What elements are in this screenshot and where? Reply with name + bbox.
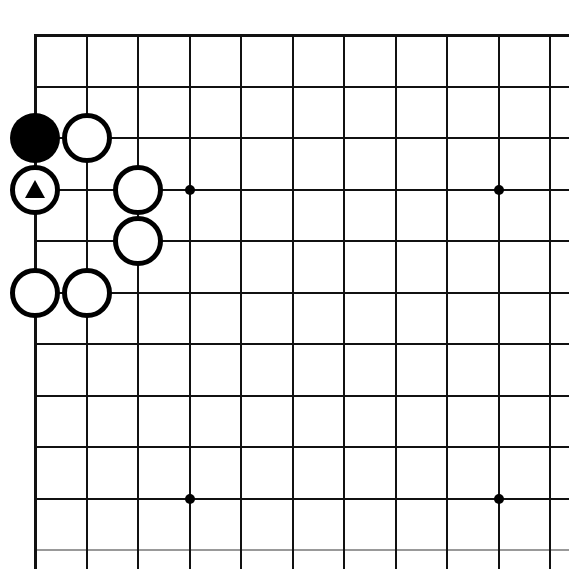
intersection xyxy=(318,267,370,319)
intersection xyxy=(421,421,473,473)
intersection xyxy=(318,215,370,267)
intersection xyxy=(61,473,113,525)
white-stone-triangle-marked xyxy=(10,165,60,215)
intersection xyxy=(370,370,422,422)
intersection xyxy=(267,9,319,61)
intersection xyxy=(370,524,422,569)
intersection xyxy=(421,164,473,216)
intersection xyxy=(473,9,525,61)
intersection xyxy=(370,61,422,113)
intersection xyxy=(215,421,267,473)
intersection xyxy=(524,473,569,525)
intersection xyxy=(267,215,319,267)
intersection xyxy=(421,267,473,319)
intersection xyxy=(61,112,113,164)
intersection xyxy=(61,524,113,569)
intersection xyxy=(421,318,473,370)
intersection xyxy=(370,421,422,473)
white-stone xyxy=(113,165,163,215)
intersection xyxy=(215,267,267,319)
intersection xyxy=(215,215,267,267)
intersection xyxy=(215,112,267,164)
intersection xyxy=(9,421,61,473)
intersection xyxy=(524,318,569,370)
intersection xyxy=(112,473,164,525)
intersection xyxy=(524,370,569,422)
intersection xyxy=(164,473,216,525)
intersection xyxy=(421,61,473,113)
intersection xyxy=(370,473,422,525)
intersection xyxy=(112,267,164,319)
intersection xyxy=(318,473,370,525)
intersection xyxy=(267,61,319,113)
intersection xyxy=(112,524,164,569)
intersection xyxy=(164,318,216,370)
intersection xyxy=(524,9,569,61)
intersection xyxy=(112,370,164,422)
intersection xyxy=(370,9,422,61)
intersection xyxy=(267,473,319,525)
intersection xyxy=(267,112,319,164)
intersection xyxy=(473,215,525,267)
intersection xyxy=(267,267,319,319)
intersection xyxy=(473,318,525,370)
intersection xyxy=(61,215,113,267)
intersection xyxy=(370,267,422,319)
intersection xyxy=(215,164,267,216)
intersection xyxy=(215,370,267,422)
go-board xyxy=(0,0,569,569)
intersection xyxy=(61,370,113,422)
triangle-mark-icon xyxy=(25,180,45,198)
intersection xyxy=(473,164,525,216)
intersection xyxy=(61,164,113,216)
intersection xyxy=(112,215,164,267)
intersection xyxy=(421,370,473,422)
intersection xyxy=(61,267,113,319)
intersection xyxy=(473,524,525,569)
intersection xyxy=(318,370,370,422)
intersection xyxy=(524,164,569,216)
intersection xyxy=(164,164,216,216)
intersection xyxy=(164,370,216,422)
intersection xyxy=(473,473,525,525)
intersection xyxy=(524,267,569,319)
intersection xyxy=(9,370,61,422)
intersection xyxy=(164,524,216,569)
intersection xyxy=(215,318,267,370)
intersection xyxy=(473,370,525,422)
white-stone xyxy=(62,268,112,318)
intersection xyxy=(267,370,319,422)
intersection xyxy=(9,215,61,267)
intersection xyxy=(473,421,525,473)
intersection xyxy=(473,112,525,164)
intersection xyxy=(61,318,113,370)
white-stone xyxy=(62,113,112,163)
intersection xyxy=(164,421,216,473)
white-stone xyxy=(113,216,163,266)
intersection xyxy=(9,473,61,525)
intersection xyxy=(370,215,422,267)
intersection xyxy=(318,164,370,216)
intersection xyxy=(267,164,319,216)
intersection xyxy=(421,473,473,525)
intersection xyxy=(421,112,473,164)
intersection xyxy=(164,215,216,267)
intersection xyxy=(524,524,569,569)
intersection xyxy=(421,524,473,569)
intersection xyxy=(164,61,216,113)
intersections-grid xyxy=(9,9,569,569)
intersection xyxy=(215,9,267,61)
intersection xyxy=(9,112,61,164)
intersection xyxy=(267,318,319,370)
intersection xyxy=(215,61,267,113)
intersection xyxy=(267,524,319,569)
intersection xyxy=(370,318,422,370)
intersection xyxy=(164,9,216,61)
intersection xyxy=(421,215,473,267)
intersection xyxy=(112,318,164,370)
intersection xyxy=(318,318,370,370)
intersection xyxy=(9,61,61,113)
intersection xyxy=(473,61,525,113)
intersection xyxy=(318,9,370,61)
intersection xyxy=(318,61,370,113)
intersection xyxy=(215,473,267,525)
black-stone xyxy=(10,113,60,163)
intersection xyxy=(267,421,319,473)
intersection xyxy=(524,215,569,267)
intersection xyxy=(61,421,113,473)
intersection xyxy=(318,524,370,569)
intersection xyxy=(318,112,370,164)
intersection xyxy=(9,524,61,569)
intersection xyxy=(9,9,61,61)
intersection xyxy=(61,9,113,61)
intersection xyxy=(112,112,164,164)
intersection xyxy=(9,267,61,319)
intersection xyxy=(164,112,216,164)
intersection xyxy=(215,524,267,569)
intersection xyxy=(524,112,569,164)
intersection xyxy=(370,164,422,216)
intersection xyxy=(164,267,216,319)
intersection xyxy=(61,61,113,113)
intersection xyxy=(473,267,525,319)
intersection xyxy=(112,421,164,473)
intersection xyxy=(112,9,164,61)
white-stone xyxy=(10,268,60,318)
intersection xyxy=(112,164,164,216)
intersection xyxy=(421,9,473,61)
intersection xyxy=(318,421,370,473)
intersection xyxy=(524,61,569,113)
intersection xyxy=(9,318,61,370)
intersection xyxy=(112,61,164,113)
intersection xyxy=(524,421,569,473)
intersection xyxy=(370,112,422,164)
intersection xyxy=(9,164,61,216)
